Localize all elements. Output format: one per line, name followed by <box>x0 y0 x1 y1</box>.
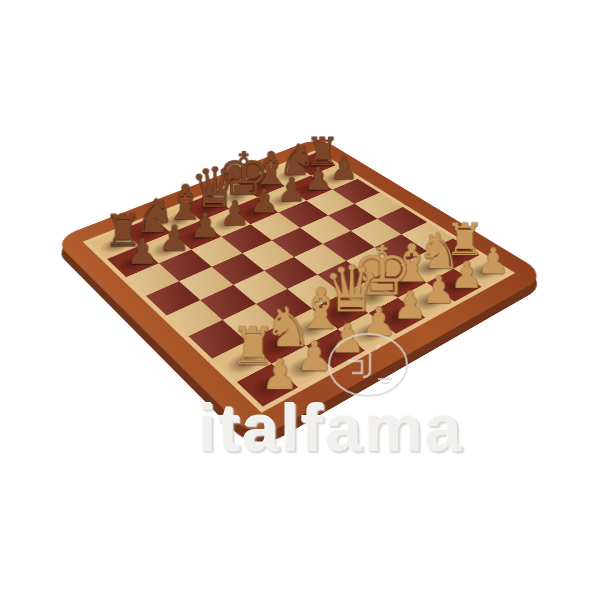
watermark-italfama: italfama <box>198 390 463 466</box>
piece-white-pawn: ♟ <box>393 288 427 325</box>
piece-black-pawn: ♟ <box>277 175 306 206</box>
piece-black-pawn: ♟ <box>220 198 250 230</box>
board-inner-border: ♜♞♝♛♚♝♞♜♟♟♟♟♟♟♟♟♜♞♝♛♚♝♞♜♟♟♟♟♟♟♟♟ <box>83 150 516 413</box>
chess-set-photo: ♜♞♝♛♚♝♞♜♟♟♟♟♟♟♟♟♜♞♝♛♚♝♞♜♟♟♟♟♟♟♟♟ <box>118 81 470 433</box>
piece-black-pawn: ♟ <box>330 154 358 184</box>
piece-black-pawn: ♟ <box>304 164 333 194</box>
photo-background: { "game": "chess", "position": "rnbqkbnr… <box>0 0 600 600</box>
piece-black-pawn: ♟ <box>249 186 279 217</box>
chess-board-grid: ♜♞♝♛♚♝♞♜♟♟♟♟♟♟♟♟♜♞♝♛♚♝♞♜♟♟♟♟♟♟♟♟ <box>89 153 507 407</box>
piece-black-pawn: ♟ <box>126 235 158 269</box>
piece-black-pawn: ♟ <box>158 222 189 255</box>
piece-black-pawn: ♟ <box>190 210 221 243</box>
